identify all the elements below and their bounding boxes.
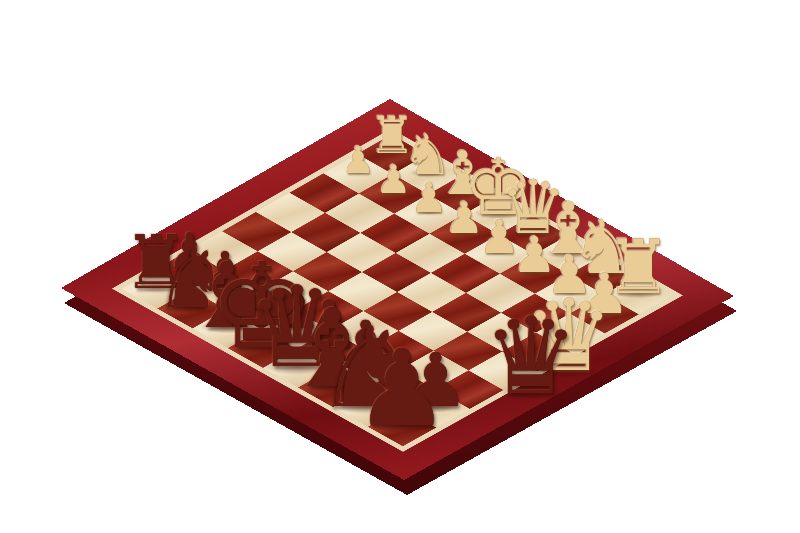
chess-set-photo: ♜♞♝♚♛♝♞♜♟♟♟♟♟♟♟♟♜♞♝♚♛♝♞♟♟♟♟♟♟♟♟♛♛ xyxy=(0,0,800,533)
board-inner-maple-strip xyxy=(112,129,683,452)
chess-board xyxy=(61,99,734,480)
board-grid xyxy=(122,134,673,446)
